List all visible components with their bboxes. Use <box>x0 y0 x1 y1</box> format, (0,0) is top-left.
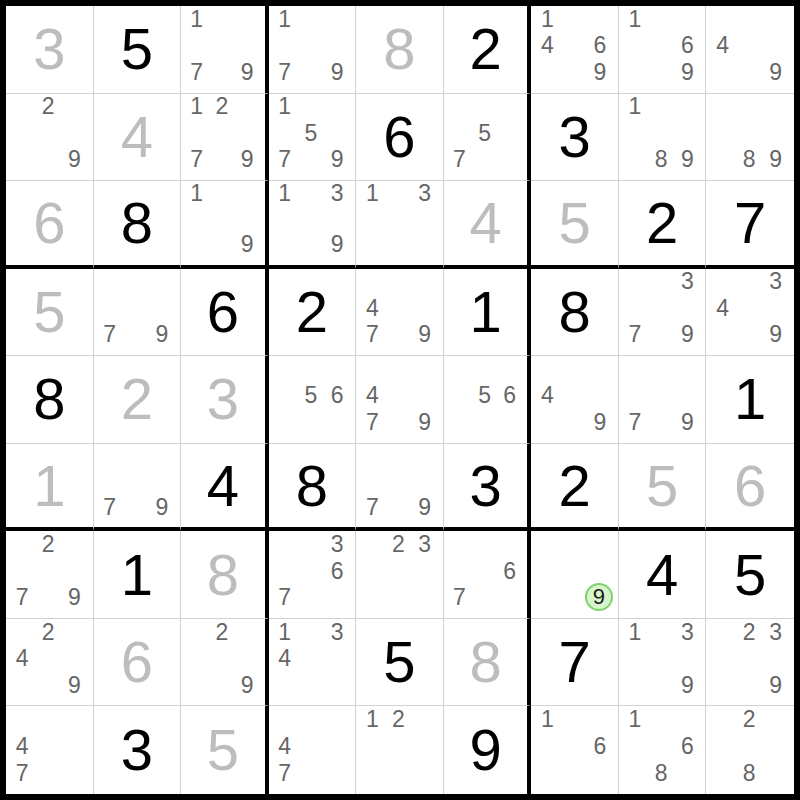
cell-r8c8[interactable]: 139 <box>619 619 707 707</box>
candidate-digit: 9 <box>762 59 789 86</box>
candidates-grid: 67 <box>444 531 528 618</box>
cell-r5c8[interactable]: 79 <box>619 356 707 444</box>
cell-r7c8[interactable]: 4 <box>619 531 707 619</box>
cell-r4c5[interactable]: 479 <box>356 269 444 357</box>
cell-r2c5[interactable]: 6 <box>356 94 444 182</box>
candidate-digit: 8 <box>648 147 674 174</box>
candidate-digit: 7 <box>359 495 385 521</box>
candidate-digit: 7 <box>447 584 472 611</box>
candidate-digit: 3 <box>412 181 438 207</box>
candidates-grid: 169 <box>619 6 706 93</box>
cell-value: 2 <box>269 269 356 356</box>
candidate-digit: 6 <box>324 383 350 410</box>
candidates-grid: 1469 <box>531 6 618 93</box>
candidate-digit: 9 <box>674 59 700 86</box>
candidate-digit: 9 <box>61 147 87 174</box>
cell-r8c6[interactable]: 8 <box>444 619 532 707</box>
candidate-digit: 7 <box>272 147 298 174</box>
cell-r4c8[interactable]: 379 <box>619 269 707 357</box>
cell-value: 8 <box>181 531 265 618</box>
candidates-grid: 179 <box>181 6 265 93</box>
candidate-digit: 1 <box>534 706 560 733</box>
cell-r7c7[interactable]: 9 <box>531 531 619 619</box>
cell-r8c5[interactable]: 5 <box>356 619 444 707</box>
candidate-digit: 2 <box>736 706 763 733</box>
cell-value: 4 <box>181 444 265 528</box>
candidates-grid: 23 <box>356 531 443 618</box>
candidate-digit: 3 <box>762 619 789 646</box>
cell-value: 3 <box>6 6 93 93</box>
cell-value: 7 <box>706 181 794 265</box>
candidates-grid: 16 <box>531 706 618 794</box>
cell-value: 9 <box>444 706 528 794</box>
cell-r9c8[interactable]: 168 <box>619 706 707 794</box>
cell-r9c1[interactable]: 47 <box>6 706 94 794</box>
candidate-digit: 4 <box>9 645 35 672</box>
cell-r5c3[interactable]: 3 <box>181 356 269 444</box>
candidate-digit: 7 <box>272 584 298 611</box>
candidate-digit: 5 <box>472 383 497 410</box>
cell-r9c6[interactable]: 9 <box>444 706 532 794</box>
cell-r4c9[interactable]: 349 <box>706 269 794 357</box>
candidate-digit: 2 <box>385 706 411 733</box>
candidate-digit: 9 <box>234 672 259 699</box>
candidate-digit: 4 <box>359 383 385 410</box>
candidate-digit: 2 <box>35 619 61 646</box>
cell-r3c8[interactable]: 2 <box>619 181 707 269</box>
cell-value: 1 <box>6 444 93 528</box>
cell-r8c4[interactable]: 134 <box>269 619 357 707</box>
cell-r2c3[interactable]: 1279 <box>181 94 269 182</box>
candidates-grid: 47 <box>6 706 93 794</box>
candidate-digit: 4 <box>709 295 736 322</box>
candidate-digit: 9 <box>324 59 350 86</box>
candidate-digit: 7 <box>272 59 298 86</box>
cell-r2c8[interactable]: 189 <box>619 94 707 182</box>
cell-r4c2[interactable]: 79 <box>94 269 182 357</box>
cell-r1c8[interactable]: 169 <box>619 6 707 94</box>
candidates-grid: 47 <box>269 706 356 794</box>
candidates-grid: 57 <box>444 94 528 181</box>
cell-value: 3 <box>531 94 618 181</box>
candidates-grid: 49 <box>706 6 794 93</box>
candidates-grid: 1579 <box>269 94 356 181</box>
candidate-digit: 9 <box>324 232 350 258</box>
cell-r6c3[interactable]: 4 <box>181 444 269 532</box>
cell-r7c9[interactable]: 5 <box>706 531 794 619</box>
cell-r5c7[interactable]: 49 <box>531 356 619 444</box>
candidate-digit: 3 <box>412 531 438 558</box>
cell-value: 8 <box>356 6 443 93</box>
cell-r8c2[interactable]: 6 <box>94 619 182 707</box>
cell-r9c2[interactable]: 3 <box>94 706 182 794</box>
cell-value: 8 <box>94 181 181 265</box>
candidate-digit: 7 <box>359 322 385 349</box>
cell-r7c3[interactable]: 8 <box>181 531 269 619</box>
candidate-digit: 1 <box>272 6 298 33</box>
cell-r2c4[interactable]: 1579 <box>269 94 357 182</box>
candidate-digit: 6 <box>674 33 700 60</box>
candidate-digit: 2 <box>35 94 61 121</box>
cell-value: 4 <box>94 94 181 181</box>
cell-r2c9[interactable]: 89 <box>706 94 794 182</box>
candidate-digit: 1 <box>272 181 298 207</box>
cell-value: 5 <box>6 269 93 356</box>
candidate-digit: 1 <box>184 6 209 33</box>
cell-r6c4[interactable]: 8 <box>269 444 357 532</box>
cell-r3c1[interactable]: 6 <box>6 181 94 269</box>
candidate-digit: 9 <box>234 147 259 174</box>
cell-value: 8 <box>444 619 528 706</box>
cell-r2c2[interactable]: 4 <box>94 94 182 182</box>
cell-value: 2 <box>619 181 706 265</box>
candidates-grid: 12 <box>356 706 443 794</box>
candidate-digit: 7 <box>447 147 472 174</box>
candidate-digit: 4 <box>534 383 560 410</box>
candidates-grid: 239 <box>706 619 794 706</box>
candidates-grid: 79 <box>356 444 443 528</box>
candidate-digit: 7 <box>184 59 209 86</box>
cell-value: 5 <box>706 531 794 618</box>
candidates-grid: 29 <box>181 619 265 706</box>
cell-value: 5 <box>356 619 443 706</box>
cell-r5c2[interactable]: 2 <box>94 356 182 444</box>
candidate-digit: 2 <box>209 94 234 121</box>
candidate-digit: 9 <box>674 322 700 349</box>
candidates-grid: 28 <box>706 706 794 794</box>
candidates-grid: 479 <box>356 356 443 443</box>
candidates-grid: 9 <box>531 531 618 618</box>
candidate-digit: 1 <box>359 181 385 207</box>
cell-r4c7[interactable]: 8 <box>531 269 619 357</box>
cell-r2c1[interactable]: 29 <box>6 94 94 182</box>
cell-r5c1[interactable]: 8 <box>6 356 94 444</box>
candidate-digit: 9 <box>674 147 700 174</box>
cell-r4c4[interactable]: 2 <box>269 269 357 357</box>
candidate-digit: 2 <box>385 531 411 558</box>
cell-value: 6 <box>94 619 181 706</box>
cell-r2c7[interactable]: 3 <box>531 94 619 182</box>
cell-value: 1 <box>706 356 794 443</box>
cell-value: 8 <box>269 444 356 528</box>
cell-r3c5[interactable]: 13 <box>356 181 444 269</box>
candidate-digit: 7 <box>359 409 385 436</box>
candidate-digit: 9 <box>674 672 700 699</box>
cell-r2c6[interactable]: 57 <box>444 94 532 182</box>
candidate-digit: 2 <box>35 531 61 558</box>
cell-r9c5[interactable]: 12 <box>356 706 444 794</box>
sudoku-board: 3517917982146916949294127915796573189896… <box>0 0 800 800</box>
cell-r8c1[interactable]: 249 <box>6 619 94 707</box>
cell-value: 5 <box>94 6 181 93</box>
cell-r5c9[interactable]: 1 <box>706 356 794 444</box>
cell-r5c5[interactable]: 479 <box>356 356 444 444</box>
candidate-digit: 5 <box>298 120 324 147</box>
candidate-digit: 7 <box>97 322 123 349</box>
cell-r1c1[interactable]: 3 <box>6 6 94 94</box>
candidates-grid: 379 <box>619 269 706 356</box>
candidate-digit: 7 <box>97 495 123 521</box>
candidate-digit: 9 <box>324 147 350 174</box>
candidates-grid: 13 <box>356 181 443 265</box>
candidates-grid: 89 <box>706 94 794 181</box>
candidate-digit: 4 <box>709 33 736 60</box>
cell-r8c7[interactable]: 7 <box>531 619 619 707</box>
cell-r7c4[interactable]: 367 <box>269 531 357 619</box>
candidates-grid: 79 <box>94 269 181 356</box>
cell-r9c3[interactable]: 5 <box>181 706 269 794</box>
candidate-digit: 1 <box>184 181 209 207</box>
cell-value: 1 <box>94 531 181 618</box>
candidates-grid: 139 <box>619 619 706 706</box>
candidate-digit: 9 <box>762 322 789 349</box>
candidate-digit: 3 <box>324 181 350 207</box>
candidate-digit: 3 <box>324 531 350 558</box>
candidate-digit: 9 <box>587 409 613 436</box>
candidates-grid: 19 <box>181 181 265 265</box>
cell-r9c7[interactable]: 16 <box>531 706 619 794</box>
cell-value: 8 <box>6 356 93 443</box>
candidate-digit: 3 <box>762 269 789 296</box>
candidate-digit: 6 <box>674 733 700 760</box>
cell-r6c1[interactable]: 1 <box>6 444 94 532</box>
cell-r9c9[interactable]: 28 <box>706 706 794 794</box>
candidate-digit: 1 <box>622 706 648 733</box>
cell-value: 2 <box>531 444 618 528</box>
candidates-grid: 29 <box>6 94 93 181</box>
candidate-digit: 2 <box>209 619 234 646</box>
cell-r7c6[interactable]: 67 <box>444 531 532 619</box>
candidates-grid: 49 <box>531 356 618 443</box>
candidate-digit: 7 <box>272 760 298 787</box>
cell-value: 7 <box>531 619 618 706</box>
cell-r3c7[interactable]: 5 <box>531 181 619 269</box>
cell-r1c7[interactable]: 1469 <box>531 6 619 94</box>
cell-r4c3[interactable]: 6 <box>181 269 269 357</box>
cell-r8c9[interactable]: 239 <box>706 619 794 707</box>
cell-value: 2 <box>444 6 528 93</box>
candidate-digit: 9 <box>412 495 438 521</box>
cell-r1c5[interactable]: 8 <box>356 6 444 94</box>
cell-value: 6 <box>356 94 443 181</box>
cell-value: 5 <box>181 706 265 794</box>
candidates-grid: 79 <box>619 356 706 443</box>
cell-r3c3[interactable]: 19 <box>181 181 269 269</box>
cell-r1c2[interactable]: 5 <box>94 6 182 94</box>
cell-r5c4[interactable]: 56 <box>269 356 357 444</box>
cell-r6c7[interactable]: 2 <box>531 444 619 532</box>
cell-value: 3 <box>181 356 265 443</box>
candidate-digit: 4 <box>359 295 385 322</box>
cell-r1c6[interactable]: 2 <box>444 6 532 94</box>
candidate-digit: 9 <box>412 409 438 436</box>
candidate-digit: 6 <box>587 33 613 60</box>
candidate-digit: 4 <box>9 733 35 760</box>
candidate-digit: 9 <box>61 584 87 611</box>
candidate-digit: 4 <box>272 733 298 760</box>
candidates-grid: 56 <box>269 356 356 443</box>
candidates-grid: 134 <box>269 619 356 706</box>
cell-value: 6 <box>706 444 794 528</box>
candidate-digit: 8 <box>736 760 763 787</box>
cell-value: 3 <box>444 444 528 528</box>
candidates-grid: 249 <box>6 619 93 706</box>
candidate-digit: 7 <box>9 584 35 611</box>
cell-value: 6 <box>6 181 93 265</box>
candidate-digit: 9 <box>234 59 259 86</box>
candidates-grid: 139 <box>269 181 356 265</box>
cell-r3c2[interactable]: 8 <box>94 181 182 269</box>
candidate-digit: 5 <box>472 120 497 147</box>
candidate-digit: 6 <box>497 558 522 585</box>
candidates-grid: 1279 <box>181 94 265 181</box>
candidate-digit: 1 <box>272 619 298 646</box>
candidate-digit: 1 <box>272 94 298 121</box>
cell-value: 6 <box>181 269 265 356</box>
candidate-digit: 1 <box>622 6 648 33</box>
cell-r6c2[interactable]: 79 <box>94 444 182 532</box>
cell-r7c5[interactable]: 23 <box>356 531 444 619</box>
candidates-grid: 349 <box>706 269 794 356</box>
cell-r6c9[interactable]: 6 <box>706 444 794 532</box>
candidate-digit: 5 <box>298 383 324 410</box>
candidate-digit: 1 <box>622 94 648 121</box>
candidate-digit: 6 <box>324 558 350 585</box>
candidate-digit: 1 <box>622 619 648 646</box>
candidates-grid: 168 <box>619 706 706 794</box>
candidate-digit: 9 <box>149 495 175 521</box>
candidate-digit: 7 <box>184 147 209 174</box>
cell-r8c3[interactable]: 29 <box>181 619 269 707</box>
cell-r9c4[interactable]: 47 <box>269 706 357 794</box>
cell-r7c2[interactable]: 1 <box>94 531 182 619</box>
candidate-digit: 4 <box>272 645 298 672</box>
cell-value: 8 <box>531 269 618 356</box>
cell-r3c9[interactable]: 7 <box>706 181 794 269</box>
candidate-digit: 9 <box>61 672 87 699</box>
candidate-digit: 2 <box>736 619 763 646</box>
candidates-grid: 367 <box>269 531 356 618</box>
cell-value: 5 <box>531 181 618 265</box>
cell-r6c8[interactable]: 5 <box>619 444 707 532</box>
candidate-digit: 9 <box>762 147 789 174</box>
candidate-digit: 7 <box>622 409 648 436</box>
candidates-grid: 189 <box>619 94 706 181</box>
cell-r5c6[interactable]: 56 <box>444 356 532 444</box>
candidate-digit: 8 <box>648 760 674 787</box>
cell-value: 4 <box>619 531 706 618</box>
candidate-digit: 1 <box>359 706 385 733</box>
candidate-digit: 9 <box>587 59 613 86</box>
candidate-digit: 8 <box>736 147 763 174</box>
cell-value: 3 <box>94 706 181 794</box>
candidate-digit: 7 <box>622 322 648 349</box>
cell-r4c6[interactable]: 1 <box>444 269 532 357</box>
cell-value: 4 <box>444 181 528 265</box>
cell-r3c4[interactable]: 139 <box>269 181 357 269</box>
candidates-grid: 56 <box>444 356 528 443</box>
candidates-grid: 79 <box>94 444 181 528</box>
candidate-digit: 9 <box>149 322 175 349</box>
candidate-cell: 9 <box>585 583 613 611</box>
candidate-digit: 4 <box>534 33 560 60</box>
cell-r7c1[interactable]: 279 <box>6 531 94 619</box>
candidate-digit: 6 <box>587 733 613 760</box>
cell-r3c6[interactable]: 4 <box>444 181 532 269</box>
cell-value: 1 <box>444 269 528 356</box>
candidate-digit: 1 <box>534 6 560 33</box>
candidate-digit: 1 <box>184 94 209 121</box>
cell-r4c1[interactable]: 5 <box>6 269 94 357</box>
candidate-digit: 9 <box>234 232 259 258</box>
cell-r1c3[interactable]: 179 <box>181 6 269 94</box>
candidates-grid: 179 <box>269 6 356 93</box>
cell-r6c5[interactable]: 79 <box>356 444 444 532</box>
candidate-digit: 9 <box>674 409 700 436</box>
cell-r1c4[interactable]: 179 <box>269 6 357 94</box>
candidate-digit: 3 <box>324 619 350 646</box>
cell-r6c6[interactable]: 3 <box>444 444 532 532</box>
candidates-grid: 279 <box>6 531 93 618</box>
cell-value: 2 <box>94 356 181 443</box>
highlighted-candidate[interactable]: 9 <box>585 583 613 611</box>
cell-value: 5 <box>619 444 706 528</box>
candidate-digit: 9 <box>412 322 438 349</box>
candidate-digit: 6 <box>497 383 522 410</box>
candidate-digit: 3 <box>674 619 700 646</box>
candidate-digit: 7 <box>9 760 35 787</box>
candidate-digit: 9 <box>762 672 789 699</box>
candidates-grid: 479 <box>356 269 443 356</box>
cell-r1c9[interactable]: 49 <box>706 6 794 94</box>
candidate-digit: 3 <box>674 269 700 296</box>
